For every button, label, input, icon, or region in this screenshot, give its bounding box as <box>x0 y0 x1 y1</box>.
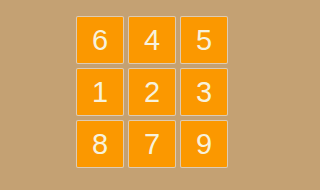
tile-7[interactable]: 7 <box>129 121 175 167</box>
tile-9[interactable]: 9 <box>181 121 227 167</box>
puzzle-board: 645123879 <box>77 17 227 167</box>
tile-3[interactable]: 3 <box>181 69 227 115</box>
tile-8[interactable]: 8 <box>77 121 123 167</box>
tile-1[interactable]: 1 <box>77 69 123 115</box>
tile-6[interactable]: 6 <box>77 17 123 63</box>
tile-5[interactable]: 5 <box>181 17 227 63</box>
tile-4[interactable]: 4 <box>129 17 175 63</box>
tile-2[interactable]: 2 <box>129 69 175 115</box>
